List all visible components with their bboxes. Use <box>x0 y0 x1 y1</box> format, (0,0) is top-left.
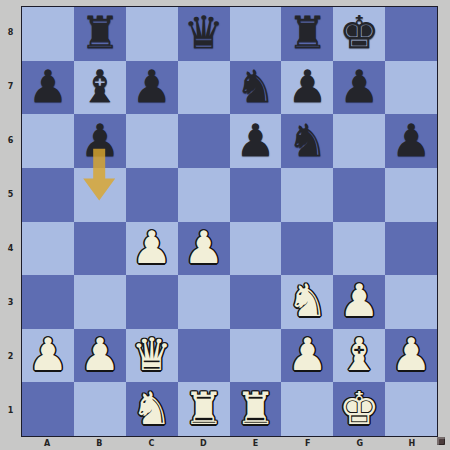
piece-white-pawn[interactable]: ♟ <box>183 225 223 270</box>
square-e6[interactable]: ♟ <box>230 114 282 168</box>
square-a3[interactable] <box>22 275 74 329</box>
rank-label-1: 1 <box>0 383 21 437</box>
piece-black-rook[interactable]: ♜ <box>287 10 327 55</box>
piece-white-knight[interactable]: ♞ <box>287 278 327 323</box>
square-g4[interactable] <box>333 222 385 276</box>
piece-white-pawn[interactable]: ♟ <box>28 332 68 377</box>
square-f4[interactable] <box>281 222 333 276</box>
square-d1[interactable]: ♜ <box>178 382 230 436</box>
square-f7[interactable]: ♟ <box>281 61 333 115</box>
rank-label-3: 3 <box>0 275 21 329</box>
piece-white-bishop[interactable]: ♝ <box>339 332 379 377</box>
square-g2[interactable]: ♝ <box>333 329 385 383</box>
file-label-a: A <box>21 437 73 450</box>
square-c7[interactable]: ♟ <box>126 61 178 115</box>
square-e4[interactable] <box>230 222 282 276</box>
square-d6[interactable] <box>178 114 230 168</box>
square-d7[interactable] <box>178 61 230 115</box>
square-d3[interactable] <box>178 275 230 329</box>
file-label-c: C <box>125 437 177 450</box>
piece-white-queen[interactable]: ♛ <box>132 332 172 377</box>
square-c4[interactable]: ♟ <box>126 222 178 276</box>
square-g5[interactable] <box>333 168 385 222</box>
file-label-e: E <box>230 437 282 450</box>
square-b6[interactable]: ♟ <box>74 114 126 168</box>
square-d5[interactable] <box>178 168 230 222</box>
square-h2[interactable]: ♟ <box>385 329 437 383</box>
piece-black-knight[interactable]: ♞ <box>287 118 327 163</box>
file-label-h: H <box>386 437 438 450</box>
square-b8[interactable]: ♜ <box>74 7 126 61</box>
square-h5[interactable] <box>385 168 437 222</box>
chess-board: ♜♛♜♚♟♝♟♞♟♟♟♟♞♟♟♟♞♟♟♟♛♟♝♟♞♜♜♚ <box>21 6 438 437</box>
piece-white-king[interactable]: ♚ <box>339 386 379 431</box>
piece-white-pawn[interactable]: ♟ <box>132 225 172 270</box>
square-f8[interactable]: ♜ <box>281 7 333 61</box>
square-h3[interactable] <box>385 275 437 329</box>
piece-white-knight[interactable]: ♞ <box>132 386 172 431</box>
square-h8[interactable] <box>385 7 437 61</box>
rank-label-5: 5 <box>0 168 21 222</box>
corner-badge-icon <box>437 437 445 445</box>
piece-black-knight[interactable]: ♞ <box>235 64 275 109</box>
piece-white-pawn[interactable]: ♟ <box>80 332 120 377</box>
square-d4[interactable]: ♟ <box>178 222 230 276</box>
file-label-f: F <box>282 437 334 450</box>
square-h7[interactable] <box>385 61 437 115</box>
piece-black-rook[interactable]: ♜ <box>80 10 120 55</box>
square-a6[interactable] <box>22 114 74 168</box>
piece-black-queen[interactable]: ♛ <box>183 10 223 55</box>
file-labels: ABCDEFGH <box>21 437 438 450</box>
piece-black-pawn[interactable]: ♟ <box>132 64 172 109</box>
square-b7[interactable]: ♝ <box>74 61 126 115</box>
square-f1[interactable] <box>281 382 333 436</box>
square-h4[interactable] <box>385 222 437 276</box>
square-b2[interactable]: ♟ <box>74 329 126 383</box>
square-f2[interactable]: ♟ <box>281 329 333 383</box>
piece-black-pawn[interactable]: ♟ <box>339 64 379 109</box>
square-g7[interactable]: ♟ <box>333 61 385 115</box>
square-e7[interactable]: ♞ <box>230 61 282 115</box>
square-h1[interactable] <box>385 382 437 436</box>
piece-black-pawn[interactable]: ♟ <box>287 64 327 109</box>
square-b5[interactable] <box>74 168 126 222</box>
piece-white-rook[interactable]: ♜ <box>183 386 223 431</box>
piece-black-pawn[interactable]: ♟ <box>391 118 431 163</box>
piece-white-pawn[interactable]: ♟ <box>287 332 327 377</box>
square-c2[interactable]: ♛ <box>126 329 178 383</box>
square-f3[interactable]: ♞ <box>281 275 333 329</box>
chess-app-window: 87654321 ♜♛♜♚♟♝♟♞♟♟♟♟♞♟♟♟♞♟♟♟♛♟♝♟♞♜♜♚ AB… <box>0 0 450 450</box>
square-e5[interactable] <box>230 168 282 222</box>
square-e8[interactable] <box>230 7 282 61</box>
rank-label-8: 8 <box>0 6 21 60</box>
square-a7[interactable]: ♟ <box>22 61 74 115</box>
piece-black-pawn[interactable]: ♟ <box>80 118 120 163</box>
rank-labels: 87654321 <box>0 6 21 437</box>
square-c5[interactable] <box>126 168 178 222</box>
square-g6[interactable] <box>333 114 385 168</box>
piece-white-rook[interactable]: ♜ <box>235 386 275 431</box>
square-a5[interactable] <box>22 168 74 222</box>
square-c1[interactable]: ♞ <box>126 382 178 436</box>
rank-label-4: 4 <box>0 222 21 276</box>
piece-black-king[interactable]: ♚ <box>339 10 379 55</box>
piece-white-pawn[interactable]: ♟ <box>391 332 431 377</box>
square-b1[interactable] <box>74 382 126 436</box>
rank-label-7: 7 <box>0 60 21 114</box>
square-e2[interactable] <box>230 329 282 383</box>
rank-label-6: 6 <box>0 114 21 168</box>
file-label-d: D <box>177 437 229 450</box>
square-f5[interactable] <box>281 168 333 222</box>
square-h6[interactable]: ♟ <box>385 114 437 168</box>
piece-white-pawn[interactable]: ♟ <box>339 278 379 323</box>
square-d2[interactable] <box>178 329 230 383</box>
piece-black-bishop[interactable]: ♝ <box>80 64 120 109</box>
square-g1[interactable]: ♚ <box>333 382 385 436</box>
square-c6[interactable] <box>126 114 178 168</box>
square-b3[interactable] <box>74 275 126 329</box>
piece-black-pawn[interactable]: ♟ <box>28 64 68 109</box>
square-e3[interactable] <box>230 275 282 329</box>
square-d8[interactable]: ♛ <box>178 7 230 61</box>
file-label-g: G <box>334 437 386 450</box>
square-a1[interactable] <box>22 382 74 436</box>
square-c8[interactable] <box>126 7 178 61</box>
square-b4[interactable] <box>74 222 126 276</box>
square-a8[interactable] <box>22 7 74 61</box>
square-f6[interactable]: ♞ <box>281 114 333 168</box>
file-label-b: B <box>73 437 125 450</box>
square-g3[interactable]: ♟ <box>333 275 385 329</box>
square-a4[interactable] <box>22 222 74 276</box>
rank-label-2: 2 <box>0 329 21 383</box>
square-g8[interactable]: ♚ <box>333 7 385 61</box>
square-e1[interactable]: ♜ <box>230 382 282 436</box>
square-a2[interactable]: ♟ <box>22 329 74 383</box>
square-c3[interactable] <box>126 275 178 329</box>
piece-black-pawn[interactable]: ♟ <box>235 118 275 163</box>
